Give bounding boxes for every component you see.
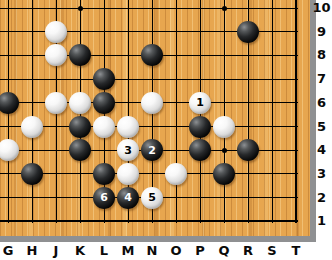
grid-line-row-7 — [0, 79, 298, 80]
row-label-7: 7 — [311, 71, 332, 87]
move-number-1: 1 — [196, 97, 204, 108]
stone-black-R9 — [237, 21, 259, 43]
move-number-2: 2 — [148, 145, 156, 156]
stone-black-M2: 4 — [117, 187, 139, 209]
stone-black-L6 — [93, 92, 115, 114]
move-number-4: 4 — [124, 192, 132, 203]
stone-black-K5 — [69, 116, 91, 138]
stone-white-L5 — [93, 116, 115, 138]
move-number-5: 5 — [148, 192, 156, 203]
grid-line-col-S — [272, 0, 273, 223]
row-label-2: 2 — [311, 190, 332, 206]
col-label-O: O — [166, 243, 186, 258]
stone-black-L7 — [93, 68, 115, 90]
row-label-4: 4 — [311, 142, 332, 158]
grid-line-col-Q — [224, 0, 225, 223]
row-label-10: 10 — [311, 0, 332, 16]
stone-black-H3 — [21, 163, 43, 185]
board-edge-shadow-bottom — [0, 236, 316, 242]
stone-white-O3 — [165, 163, 187, 185]
go-diagram: 264135 GHJKLMNOPQRST10987654321 — [0, 0, 332, 260]
col-label-H: H — [22, 243, 42, 258]
stone-white-P6: 1 — [189, 92, 211, 114]
stone-black-L3 — [93, 163, 115, 185]
row-label-8: 8 — [311, 47, 332, 63]
stone-white-N6 — [141, 92, 163, 114]
row-label-3: 3 — [311, 166, 332, 182]
col-label-S: S — [262, 243, 282, 258]
col-label-L: L — [94, 243, 114, 258]
row-label-1: 1 — [311, 213, 332, 229]
grid-line-row-10 — [0, 8, 298, 9]
move-number-6: 6 — [100, 192, 108, 203]
grid-line-row-3 — [0, 173, 298, 174]
stone-white-H5 — [21, 116, 43, 138]
stone-white-K6 — [69, 92, 91, 114]
stone-white-M5 — [117, 116, 139, 138]
col-label-Q: Q — [214, 243, 234, 258]
col-label-K: K — [70, 243, 90, 258]
move-number-3: 3 — [124, 145, 132, 156]
row-label-5: 5 — [311, 119, 332, 135]
stone-black-L2: 6 — [93, 187, 115, 209]
star-point-Q10 — [222, 6, 227, 11]
stone-white-J6 — [45, 92, 67, 114]
star-point-Q4 — [222, 148, 227, 153]
stone-white-M3 — [117, 163, 139, 185]
row-label-6: 6 — [311, 95, 332, 111]
stone-white-J9 — [45, 21, 67, 43]
col-label-J: J — [46, 243, 66, 258]
grid-line-col-H — [32, 0, 33, 223]
col-label-T: T — [286, 243, 306, 258]
stone-white-Q5 — [213, 116, 235, 138]
grid-line-col-O — [176, 0, 177, 223]
col-label-N: N — [142, 243, 162, 258]
grid-line-row-5 — [0, 126, 298, 127]
col-label-R: R — [238, 243, 258, 258]
row-label-9: 9 — [311, 24, 332, 40]
grid-line-col-T — [295, 0, 297, 223]
star-point-K10 — [78, 6, 83, 11]
col-label-G: G — [0, 243, 18, 258]
col-label-M: M — [118, 243, 138, 258]
stone-white-N2: 5 — [141, 187, 163, 209]
stone-black-P5 — [189, 116, 211, 138]
stone-black-Q3 — [213, 163, 235, 185]
grid-line-row-1 — [0, 220, 298, 222]
col-label-P: P — [190, 243, 210, 258]
